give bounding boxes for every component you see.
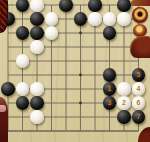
intersection[interactable] bbox=[59, 68, 74, 82]
intersection[interactable] bbox=[44, 54, 59, 68]
intersection[interactable] bbox=[102, 40, 117, 54]
intersection[interactable] bbox=[59, 124, 74, 138]
intersection[interactable] bbox=[73, 12, 88, 26]
intersection[interactable] bbox=[1, 40, 16, 54]
white-stone bbox=[45, 26, 58, 39]
intersection[interactable] bbox=[30, 82, 45, 96]
intersection[interactable] bbox=[30, 12, 45, 26]
intersection[interactable] bbox=[30, 40, 45, 54]
intersection[interactable] bbox=[30, 68, 45, 82]
intersection[interactable]: 2 bbox=[117, 96, 132, 110]
white-stone bbox=[45, 12, 58, 25]
move-number: 6 bbox=[137, 99, 141, 106]
go-board-screen: 5143267 bbox=[0, 0, 150, 142]
intersection[interactable] bbox=[73, 96, 88, 110]
intersection[interactable] bbox=[30, 26, 45, 40]
move-number: 7 bbox=[137, 113, 141, 120]
intersection[interactable] bbox=[73, 68, 88, 82]
intersection[interactable] bbox=[15, 12, 30, 26]
intersection[interactable] bbox=[15, 82, 30, 96]
black-stone bbox=[103, 26, 116, 39]
intersection[interactable] bbox=[102, 124, 117, 138]
move-number: 1 bbox=[108, 85, 112, 92]
intersection[interactable]: 7 bbox=[131, 110, 146, 124]
intersection[interactable] bbox=[88, 82, 103, 96]
intersection[interactable] bbox=[88, 68, 103, 82]
white-stone: 2 bbox=[117, 96, 130, 109]
black-stone bbox=[16, 26, 29, 39]
go-board: 5143267 bbox=[1, 0, 146, 138]
intersection[interactable]: 3 bbox=[102, 96, 117, 110]
intersection[interactable] bbox=[102, 54, 117, 68]
carved-frame-ornament-bottom-left bbox=[0, 97, 8, 142]
intersection[interactable]: 4 bbox=[131, 82, 146, 96]
intersection[interactable] bbox=[15, 110, 30, 124]
intersection[interactable] bbox=[15, 54, 30, 68]
intersection[interactable] bbox=[59, 110, 74, 124]
intersection[interactable] bbox=[1, 68, 16, 82]
black-stone bbox=[59, 0, 72, 12]
intersection[interactable] bbox=[102, 68, 117, 82]
intersection[interactable] bbox=[88, 54, 103, 68]
intersection[interactable] bbox=[44, 40, 59, 54]
intersection[interactable] bbox=[44, 68, 59, 82]
intersection[interactable] bbox=[30, 110, 45, 124]
intersection[interactable] bbox=[117, 82, 132, 96]
intersection[interactable] bbox=[15, 0, 30, 12]
intersection[interactable] bbox=[59, 12, 74, 26]
ornament-band bbox=[131, 0, 150, 6]
ornament-glint bbox=[0, 105, 6, 112]
intersection[interactable] bbox=[88, 96, 103, 110]
intersection[interactable] bbox=[15, 96, 30, 110]
intersection[interactable]: 5 bbox=[131, 68, 146, 82]
intersection[interactable] bbox=[117, 68, 132, 82]
intersection[interactable] bbox=[73, 82, 88, 96]
black-stone bbox=[74, 12, 87, 25]
black-stone: 5 bbox=[132, 68, 145, 81]
intersection[interactable] bbox=[44, 96, 59, 110]
intersection[interactable] bbox=[102, 0, 117, 12]
black-stone bbox=[117, 110, 130, 123]
intersection[interactable] bbox=[102, 110, 117, 124]
white-stone bbox=[16, 54, 29, 67]
move-number: 3 bbox=[108, 99, 112, 106]
intersection[interactable] bbox=[88, 12, 103, 26]
intersection[interactable] bbox=[88, 124, 103, 138]
intersection[interactable] bbox=[59, 0, 74, 12]
intersection[interactable] bbox=[1, 54, 16, 68]
move-number: 2 bbox=[122, 99, 126, 106]
intersection[interactable] bbox=[30, 54, 45, 68]
intersection[interactable] bbox=[73, 40, 88, 54]
intersection[interactable] bbox=[73, 0, 88, 12]
intersection[interactable] bbox=[88, 40, 103, 54]
white-stone bbox=[16, 82, 29, 95]
black-stone bbox=[103, 68, 116, 81]
black-stone: 7 bbox=[132, 110, 145, 123]
intersection[interactable] bbox=[102, 26, 117, 40]
intersection[interactable] bbox=[59, 26, 74, 40]
move-number: 4 bbox=[137, 85, 141, 92]
intersection[interactable] bbox=[30, 96, 45, 110]
white-stone bbox=[30, 0, 43, 12]
intersection[interactable] bbox=[102, 12, 117, 26]
intersection[interactable] bbox=[117, 110, 132, 124]
black-stone bbox=[30, 26, 43, 39]
black-stone: 3 bbox=[103, 96, 116, 109]
intersection[interactable] bbox=[1, 82, 16, 96]
black-stone bbox=[16, 96, 29, 109]
white-stone bbox=[117, 82, 130, 95]
intersection[interactable] bbox=[15, 68, 30, 82]
intersection[interactable] bbox=[15, 26, 30, 40]
intersection[interactable] bbox=[88, 26, 103, 40]
black-stone bbox=[1, 82, 14, 95]
intersection[interactable] bbox=[59, 40, 74, 54]
intersection[interactable] bbox=[44, 0, 59, 12]
intersection[interactable] bbox=[88, 0, 103, 12]
intersection[interactable]: 6 bbox=[131, 96, 146, 110]
intersection[interactable] bbox=[59, 96, 74, 110]
intersection[interactable]: 1 bbox=[102, 82, 117, 96]
black-stone bbox=[16, 0, 29, 12]
intersection[interactable] bbox=[88, 110, 103, 124]
intersection[interactable] bbox=[44, 124, 59, 138]
black-stone bbox=[88, 0, 101, 12]
white-stone bbox=[30, 82, 43, 95]
intersection[interactable] bbox=[44, 26, 59, 40]
intersection[interactable] bbox=[117, 124, 132, 138]
intersection[interactable] bbox=[73, 54, 88, 68]
intersection[interactable] bbox=[73, 26, 88, 40]
white-stone bbox=[30, 110, 43, 123]
ornament-maroon-blob bbox=[130, 36, 150, 58]
carved-frame-ornament-top-right bbox=[127, 0, 150, 58]
white-stone bbox=[88, 12, 101, 25]
white-stone: 4 bbox=[132, 82, 145, 95]
intersection[interactable] bbox=[15, 40, 30, 54]
intersection[interactable] bbox=[59, 54, 74, 68]
white-stone bbox=[30, 40, 43, 53]
white-stone bbox=[103, 12, 116, 25]
intersection[interactable] bbox=[44, 12, 59, 26]
intersection[interactable] bbox=[59, 82, 74, 96]
intersection[interactable] bbox=[30, 0, 45, 12]
move-number: 5 bbox=[137, 71, 141, 78]
intersection[interactable] bbox=[30, 124, 45, 138]
black-stone bbox=[30, 12, 43, 25]
intersection[interactable] bbox=[15, 124, 30, 138]
intersection[interactable] bbox=[73, 124, 88, 138]
black-stone: 1 bbox=[103, 82, 116, 95]
black-stone bbox=[30, 96, 43, 109]
intersection[interactable] bbox=[44, 110, 59, 124]
intersection[interactable] bbox=[73, 110, 88, 124]
ornament-gold-ring bbox=[132, 7, 148, 23]
white-stone: 6 bbox=[132, 96, 145, 109]
intersection[interactable] bbox=[44, 82, 59, 96]
